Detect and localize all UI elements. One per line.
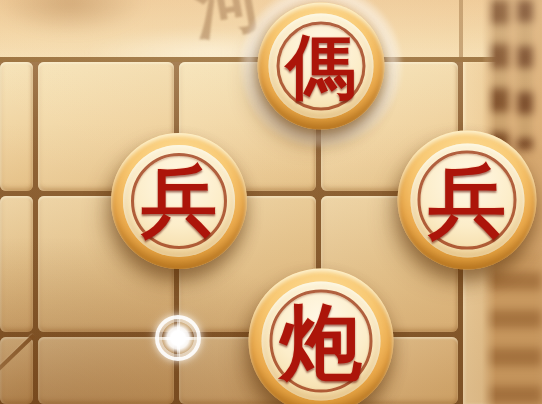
piece-red-cannon[interactable]: 炮 [249,269,394,404]
board-edge-line [459,0,463,62]
piece-face: 兵 [123,145,235,257]
xiangqi-game-screenshot: 河 傌 兵 [0,0,542,404]
piece-face: 兵 [410,143,524,257]
board-cell[interactable] [0,62,33,191]
piece-red-soldier-right[interactable]: 兵 [398,131,537,270]
board-cell[interactable] [38,337,174,404]
piece-face: 炮 [262,282,381,401]
background-shelf-blur [482,252,542,404]
piece-glyph: 兵 [428,161,506,239]
board-cell[interactable] [0,196,33,332]
background-lattice-blur [482,0,542,150]
board-cell[interactable] [0,337,33,404]
piece-glyph: 炮 [280,300,362,382]
piece-face: 傌 [269,14,373,118]
piece-glyph: 傌 [286,31,356,101]
marker-glow-core [162,322,194,354]
piece-glyph: 兵 [141,163,217,239]
piece-red-horse[interactable]: 傌 [258,3,385,130]
piece-red-soldier-left[interactable]: 兵 [111,133,247,269]
